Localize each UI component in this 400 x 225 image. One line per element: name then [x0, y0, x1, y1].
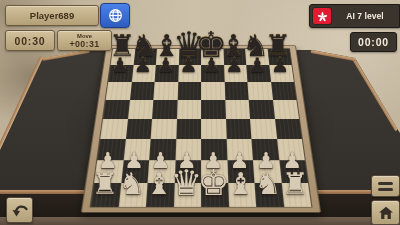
- move-increment-badge: Move +00:31: [57, 30, 112, 51]
- globe-button[interactable]: [100, 3, 130, 28]
- piece-white-king-e1[interactable]: ♚: [198, 165, 230, 200]
- piece-white-knight-b1[interactable]: ♞: [119, 169, 146, 199]
- piece-black-pawn-d7[interactable]: ♟: [180, 55, 198, 75]
- black-clock: 00:00: [350, 32, 397, 52]
- piece-white-knight-g1[interactable]: ♞: [255, 169, 282, 199]
- piece-black-pawn-c7[interactable]: ♟: [157, 55, 175, 75]
- home-icon: [378, 205, 394, 220]
- undo-button[interactable]: [6, 197, 33, 223]
- game-screen: ♜♞♝♛♚♝♞♜♟♟♟♟♟♟♟♟♟♟♟♟♟♟♟♟♜♞♝♛♚♝♞♜ Player6…: [0, 0, 400, 225]
- piece-white-bishop-f1[interactable]: ♝: [227, 169, 254, 199]
- piece-black-pawn-h7[interactable]: ♟: [271, 55, 289, 75]
- piece-white-bishop-c1[interactable]: ♝: [146, 169, 173, 199]
- player-name-badge: Player689: [5, 5, 99, 26]
- home-button[interactable]: [371, 200, 400, 225]
- white-clock-value: 00:30: [15, 35, 46, 47]
- black-clock-value: 00:00: [358, 36, 389, 48]
- undo-icon: [11, 203, 29, 218]
- menu-button[interactable]: [371, 175, 400, 197]
- piece-white-rook-h1[interactable]: ♜: [282, 169, 309, 199]
- move-increment-value: +00:31: [69, 40, 99, 49]
- menu-icon: [378, 182, 393, 185]
- piece-black-pawn-a7[interactable]: ♟: [111, 55, 129, 75]
- piece-white-rook-a1[interactable]: ♜: [91, 169, 118, 199]
- opponent-badge: AI 7 level: [309, 4, 400, 28]
- piece-black-pawn-e7[interactable]: ♟: [202, 55, 220, 75]
- hong-kong-flag-icon: [313, 8, 331, 24]
- white-clock: 00:30: [5, 30, 55, 51]
- globe-icon: [107, 7, 124, 24]
- opponent-name: AI 7 level: [335, 11, 399, 21]
- piece-black-pawn-g7[interactable]: ♟: [248, 55, 266, 75]
- piece-black-pawn-b7[interactable]: ♟: [134, 55, 152, 75]
- piece-black-pawn-f7[interactable]: ♟: [225, 55, 243, 75]
- player-name: Player689: [30, 10, 74, 21]
